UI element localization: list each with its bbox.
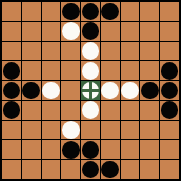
- white-stone[interactable]: [62, 121, 80, 139]
- cell-a5[interactable]: [2, 81, 21, 100]
- black-stone[interactable]: [82, 161, 100, 179]
- cell-i8[interactable]: [160, 140, 179, 159]
- throne-cross-vertical: [89, 81, 92, 100]
- white-stone[interactable]: [121, 82, 139, 100]
- cell-h8[interactable]: [140, 140, 159, 159]
- cell-a4[interactable]: [2, 61, 21, 80]
- cell-c4[interactable]: [42, 61, 61, 80]
- cell-h7[interactable]: [140, 121, 159, 140]
- cell-b6[interactable]: [22, 101, 41, 120]
- cell-e3[interactable]: [81, 42, 100, 61]
- cell-d3[interactable]: [61, 42, 80, 61]
- cell-g7[interactable]: [121, 121, 140, 140]
- cell-h2[interactable]: [140, 22, 159, 41]
- white-stone[interactable]: [42, 82, 60, 100]
- black-stone[interactable]: [82, 22, 100, 40]
- cell-f4[interactable]: [101, 61, 120, 80]
- black-stone[interactable]: [82, 141, 100, 159]
- cell-h6[interactable]: [140, 101, 159, 120]
- cell-c8[interactable]: [42, 140, 61, 159]
- black-stone[interactable]: [161, 62, 179, 80]
- cell-c1[interactable]: [42, 2, 61, 21]
- cell-g1[interactable]: [121, 2, 140, 21]
- cell-g8[interactable]: [121, 140, 140, 159]
- black-stone[interactable]: [3, 62, 21, 80]
- cell-e6[interactable]: [81, 101, 100, 120]
- cell-c2[interactable]: [42, 22, 61, 41]
- cell-i2[interactable]: [160, 22, 179, 41]
- cell-c3[interactable]: [42, 42, 61, 61]
- cell-a1[interactable]: [2, 2, 21, 21]
- cell-b1[interactable]: [22, 2, 41, 21]
- cell-c7[interactable]: [42, 121, 61, 140]
- cell-i7[interactable]: [160, 121, 179, 140]
- cell-i1[interactable]: [160, 2, 179, 21]
- cell-g6[interactable]: [121, 101, 140, 120]
- cell-f6[interactable]: [101, 101, 120, 120]
- cell-b5[interactable]: [22, 81, 41, 100]
- cell-e1[interactable]: [81, 2, 100, 21]
- cell-e5[interactable]: [81, 81, 100, 100]
- king-piece-on-throne[interactable]: [81, 81, 100, 100]
- cell-f7[interactable]: [101, 121, 120, 140]
- cell-f9[interactable]: [101, 160, 120, 179]
- cell-d4[interactable]: [61, 61, 80, 80]
- black-stone[interactable]: [62, 141, 80, 159]
- cell-g2[interactable]: [121, 22, 140, 41]
- cell-b3[interactable]: [22, 42, 41, 61]
- tablut-board: [0, 0, 181, 181]
- black-stone[interactable]: [141, 82, 159, 100]
- cell-b8[interactable]: [22, 140, 41, 159]
- cell-f1[interactable]: [101, 2, 120, 21]
- cell-i3[interactable]: [160, 42, 179, 61]
- cell-f5[interactable]: [101, 81, 120, 100]
- cell-d5[interactable]: [61, 81, 80, 100]
- cell-b4[interactable]: [22, 61, 41, 80]
- cell-d2[interactable]: [61, 22, 80, 41]
- cell-d8[interactable]: [61, 140, 80, 159]
- cell-g3[interactable]: [121, 42, 140, 61]
- cell-d6[interactable]: [61, 101, 80, 120]
- cell-g5[interactable]: [121, 81, 140, 100]
- black-stone[interactable]: [101, 3, 119, 21]
- cell-e7[interactable]: [81, 121, 100, 140]
- cell-b9[interactable]: [22, 160, 41, 179]
- cell-g4[interactable]: [121, 61, 140, 80]
- cell-d7[interactable]: [61, 121, 80, 140]
- cell-e4[interactable]: [81, 61, 100, 80]
- cell-a7[interactable]: [2, 121, 21, 140]
- white-stone[interactable]: [82, 42, 100, 60]
- cell-d1[interactable]: [61, 2, 80, 21]
- cell-i9[interactable]: [160, 160, 179, 179]
- cell-e8[interactable]: [81, 140, 100, 159]
- cell-h1[interactable]: [140, 2, 159, 21]
- black-stone[interactable]: [82, 3, 100, 21]
- cell-c6[interactable]: [42, 101, 61, 120]
- black-stone[interactable]: [62, 3, 80, 21]
- cell-e9[interactable]: [81, 160, 100, 179]
- black-stone[interactable]: [3, 82, 21, 100]
- cell-a8[interactable]: [2, 140, 21, 159]
- cell-h9[interactable]: [140, 160, 159, 179]
- cell-g9[interactable]: [121, 160, 140, 179]
- white-stone[interactable]: [82, 62, 100, 80]
- cell-h5[interactable]: [140, 81, 159, 100]
- black-stone[interactable]: [161, 101, 179, 119]
- cell-c5[interactable]: [42, 81, 61, 100]
- cell-a3[interactable]: [2, 42, 21, 61]
- cell-d9[interactable]: [61, 160, 80, 179]
- cell-c9[interactable]: [42, 160, 61, 179]
- cell-f2[interactable]: [101, 22, 120, 41]
- cell-i6[interactable]: [160, 101, 179, 120]
- black-stone[interactable]: [3, 101, 21, 119]
- white-stone[interactable]: [82, 101, 100, 119]
- cell-a6[interactable]: [2, 101, 21, 120]
- white-stone[interactable]: [62, 22, 80, 40]
- black-stone[interactable]: [101, 161, 119, 179]
- cell-h4[interactable]: [140, 61, 159, 80]
- cell-i4[interactable]: [160, 61, 179, 80]
- black-stone[interactable]: [22, 82, 40, 100]
- cell-h3[interactable]: [140, 42, 159, 61]
- white-stone[interactable]: [101, 82, 119, 100]
- cell-b7[interactable]: [22, 121, 41, 140]
- cell-f8[interactable]: [101, 140, 120, 159]
- cell-a9[interactable]: [2, 160, 21, 179]
- black-stone[interactable]: [161, 82, 179, 100]
- cell-a2[interactable]: [2, 22, 21, 41]
- cell-e2[interactable]: [81, 22, 100, 41]
- cell-i5[interactable]: [160, 81, 179, 100]
- cell-b2[interactable]: [22, 22, 41, 41]
- cell-f3[interactable]: [101, 42, 120, 61]
